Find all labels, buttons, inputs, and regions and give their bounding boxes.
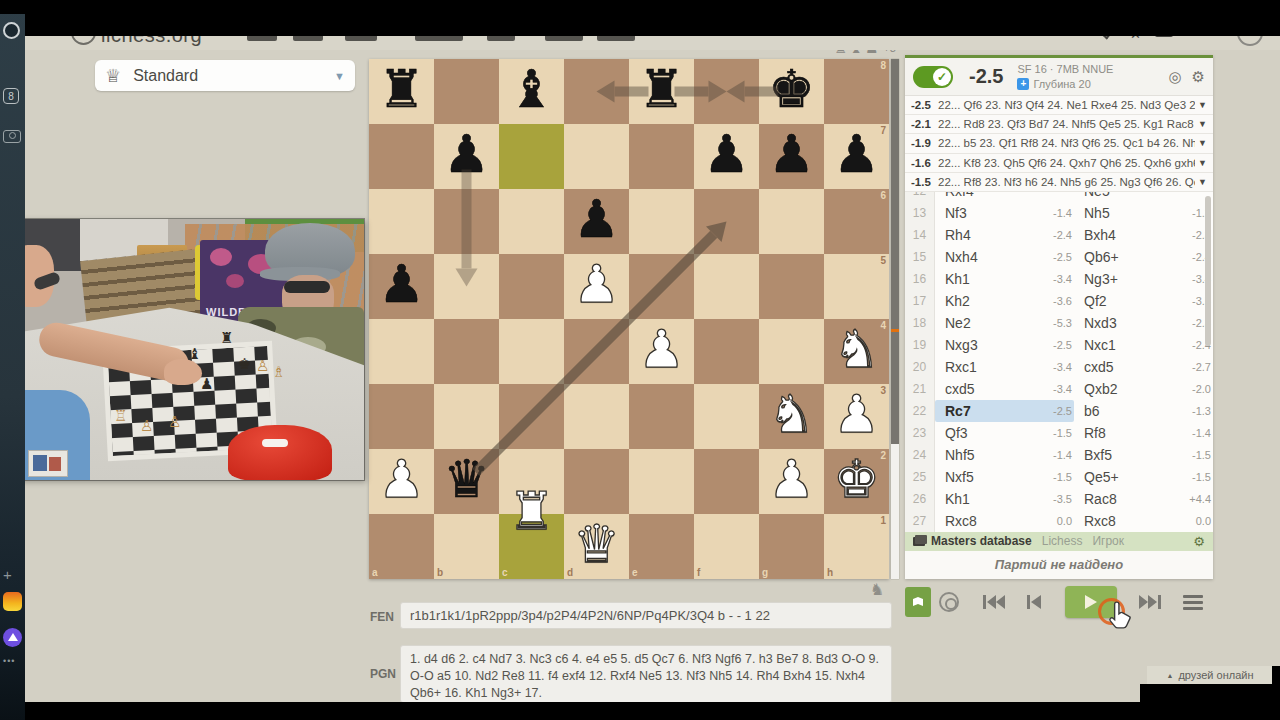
friends-online-label: друзей онлайн — [1178, 669, 1253, 681]
square-e1[interactable]: e — [629, 514, 694, 579]
white-eval: -2.5 — [1053, 339, 1072, 351]
line-moves: 22... Rf8 23. Nf3 h6 24. Nh5 g6 25. Ng3 … — [938, 176, 1195, 188]
move-row-23[interactable]: 23Qf3-1.5Rf8-1.4 — [905, 422, 1213, 444]
analysis-panel: ✓ -2.5 SF 16 · 7MB NNUE +Глубина 20 ◎ ⚙ … — [905, 55, 1213, 579]
first-move-button[interactable] — [983, 594, 1005, 610]
explorer-gear-icon[interactable]: ⚙ — [1193, 534, 1205, 549]
move-number: 13 — [905, 202, 935, 224]
os-taskbar: 8 + ••• — [0, 0, 25, 720]
piece-black-q-b2[interactable]: ♛ — [434, 449, 499, 514]
square-g6[interactable] — [759, 189, 824, 254]
fen-label: FEN — [370, 610, 394, 624]
white-move: Nhf5 — [945, 447, 1053, 463]
top-black-overlay — [25, 0, 1280, 36]
piece-white-p-h3[interactable]: ♟ — [824, 384, 889, 449]
square-h6[interactable]: 6 — [824, 189, 889, 254]
engine-depth: Глубина 20 — [1033, 78, 1090, 91]
coord-rank-5: 5 — [880, 255, 886, 266]
white-eval: -3.5 — [1053, 493, 1072, 505]
video-piece: ♙ — [140, 419, 153, 434]
move-row-16[interactable]: 16Kh1-3.4Ng3+-3.4 — [905, 268, 1213, 290]
screen: lichess.org ✕ 8 + ••• ♕ Standard ▼ ♜♝♟ +… — [0, 0, 1280, 720]
move-number: 14 — [905, 224, 935, 246]
piece-white-p-d5[interactable]: ♟ — [564, 254, 629, 319]
square-h5[interactable]: 5 — [824, 254, 889, 319]
white-move-cell[interactable]: Rh4-2.4 — [935, 224, 1074, 246]
expand-line-icon[interactable]: ▼ — [1198, 177, 1207, 187]
black-eval: -1.3 — [1192, 405, 1211, 417]
black-move: Rac8 — [1084, 491, 1189, 507]
eval-gauge — [891, 59, 899, 579]
black-move: Qxb2 — [1084, 381, 1192, 397]
square-d3[interactable] — [564, 384, 629, 449]
line-eval: -2.5 — [911, 99, 938, 111]
chevron-down-icon: ▼ — [334, 70, 345, 82]
white-eval: -2.5 — [1053, 251, 1072, 263]
black-move-cell[interactable]: Nxd3-2.3 — [1074, 312, 1213, 334]
video-cards — [28, 450, 68, 477]
pgn-label: PGN — [370, 667, 396, 681]
square-g1[interactable]: g — [759, 514, 824, 579]
plus-icon[interactable]: + — [3, 566, 12, 583]
engine-name: SF 16 · 7MB NNUE — [1017, 63, 1158, 76]
white-move-cell[interactable]: Nf3-1.4 — [935, 202, 1074, 224]
piece-white-p-e4[interactable]: ♟ — [629, 319, 694, 384]
black-eval: -2.7 — [1192, 361, 1211, 373]
black-move-cell[interactable]: Qe5+-1.5 — [1074, 466, 1213, 488]
move-number: 20 — [905, 356, 935, 378]
piece-black-k-g8[interactable]: ♚ — [759, 59, 824, 124]
move-number: 17 — [905, 290, 935, 312]
square-c5[interactable] — [499, 254, 564, 319]
book-icon — [913, 537, 925, 546]
line-eval: -2.1 — [911, 118, 938, 130]
expand-line-icon[interactable]: ▼ — [1198, 158, 1207, 168]
move-number: 23 — [905, 422, 935, 444]
expand-line-icon[interactable]: ▼ — [1198, 138, 1207, 148]
white-move-cell[interactable]: Rxf4 — [935, 192, 1074, 202]
square-b3[interactable] — [434, 384, 499, 449]
engine-toggle-check-icon: ✓ — [933, 68, 951, 86]
square-c6[interactable] — [499, 189, 564, 254]
piece-white-n-g3[interactable]: ♞ — [759, 384, 824, 449]
white-move: Kh1 — [945, 491, 1053, 507]
move-row-21[interactable]: 21cxd5-3.4Qxb2-2.0 — [905, 378, 1213, 400]
line-moves: 22... b5 23. Qf1 Rf8 24. Nf3 Qf6 25. Qc1… — [938, 137, 1195, 149]
white-move-cell[interactable]: Nxf5-1.5 — [935, 466, 1074, 488]
book-icon — [911, 595, 925, 609]
video-piece: ♙ — [168, 415, 181, 430]
variant-crown-icon: ♕ — [105, 65, 121, 86]
square-a6[interactable] — [369, 189, 434, 254]
move-number: 26 — [905, 488, 935, 510]
coord-file-f: f — [697, 567, 700, 578]
white-eval: -5.3 — [1053, 317, 1072, 329]
white-eval: 0.0 — [1057, 515, 1072, 527]
line-moves: 22... Qf6 23. Nf3 Qf4 24. Ne1 Rxe4 25. N… — [938, 99, 1195, 111]
gear-icon[interactable]: ⚙ — [1192, 68, 1205, 86]
piece-white-n-h4[interactable]: ♞ — [824, 319, 889, 384]
move-number: 12 — [905, 192, 935, 202]
square-f5[interactable] — [694, 254, 759, 319]
black-move-cell[interactable]: cxd5-2.7 — [1074, 356, 1213, 378]
square-e6[interactable] — [629, 189, 694, 254]
move-row-22[interactable]: 22Rc7-2.5b6-1.3 — [905, 400, 1213, 422]
square-f6[interactable] — [694, 189, 759, 254]
white-move-cell[interactable]: Nxh4-2.5 — [935, 246, 1074, 268]
engine-line-1[interactable]: -2.522... Qf6 23. Nf3 Qf4 24. Ne1 Rxe4 2… — [905, 96, 1213, 115]
explorer-book-button[interactable] — [905, 587, 931, 617]
video-sunglasses — [284, 281, 330, 293]
coord-file-b: b — [437, 567, 443, 578]
white-move-cell[interactable]: Kh2-3.6 — [935, 290, 1074, 312]
square-g5[interactable] — [759, 254, 824, 319]
eval-gauge-black — [891, 59, 899, 444]
black-eval: -2.0 — [1192, 383, 1211, 395]
square-f2[interactable] — [694, 449, 759, 514]
square-c3[interactable] — [499, 384, 564, 449]
square-f8[interactable] — [694, 59, 759, 124]
black-eval: -1.5 — [1192, 449, 1211, 461]
white-move-cell[interactable]: Kh1-3.5 — [935, 488, 1074, 510]
line-moves: 22... Kf8 23. Qh5 Qf6 24. Qxh7 Qh6 25. Q… — [938, 157, 1195, 169]
black-move: Rf8 — [1084, 425, 1192, 441]
square-e2[interactable] — [629, 449, 694, 514]
square-h8[interactable]: 8 — [824, 59, 889, 124]
move-row-26[interactable]: 26Kh1-3.5Rac8+4.4 — [905, 488, 1213, 510]
square-b8[interactable] — [434, 59, 499, 124]
square-a4[interactable] — [369, 319, 434, 384]
white-move: Qf3 — [945, 425, 1053, 441]
bottom-black-edge — [1272, 666, 1280, 686]
white-move-cell[interactable]: Nhf5-1.4 — [935, 444, 1074, 466]
tab-lichess[interactable]: Lichess — [1042, 534, 1083, 548]
piece-black-p-g7[interactable]: ♟ — [759, 124, 824, 189]
white-move: Nf3 — [945, 205, 1053, 221]
black-move-cell[interactable]: Bxh4-2.3 — [1074, 224, 1213, 246]
white-eval: -2.4 — [1053, 229, 1072, 241]
white-move: Rxf4 — [945, 192, 1072, 199]
engine-line-2[interactable]: -2.122... Rd8 23. Qf3 Bd7 24. Nhf5 Qe5 2… — [905, 115, 1213, 134]
webcam-overlay[interactable]: WILDBERRIES ♜ ♚ ♝ ♟ ♟ ♖ ♙ ♙ ♙ ♗ — [10, 219, 364, 480]
move-number: 22 — [905, 400, 935, 422]
black-move: Ne5 — [1084, 192, 1211, 199]
piece-black-p-d6[interactable]: ♟ — [564, 189, 629, 254]
move-row-19[interactable]: 19Nxg3-2.5Nxc1-2.4 — [905, 334, 1213, 356]
collapse-arrow-icon: ▲ — [1166, 672, 1173, 679]
white-eval: -2.5 — [1053, 405, 1072, 417]
black-move-cell[interactable]: Qxb2-2.0 — [1074, 378, 1213, 400]
piece-black-p-b7[interactable]: ♟ — [434, 124, 499, 189]
move-list-scrollbar[interactable] — [1205, 196, 1211, 346]
play-forward-icon — [1084, 594, 1098, 610]
square-b1[interactable]: b — [434, 514, 499, 579]
white-eval: -3.4 — [1053, 361, 1072, 373]
move-list: 12Rxf4Ne513Nf3-1.4Nh5-1.214Rh4-2.4Bxh4-2… — [905, 192, 1213, 532]
piece-black-r-a8[interactable]: ♜ — [369, 59, 434, 124]
white-move: Nxh4 — [945, 249, 1053, 265]
square-f3[interactable] — [694, 384, 759, 449]
piece-white-p-g2[interactable]: ♟ — [759, 449, 824, 514]
move-number: 24 — [905, 444, 935, 466]
white-move-cell[interactable]: Nxg3-2.5 — [935, 334, 1074, 356]
coord-file-g: g — [762, 567, 768, 578]
piece-black-p-h7[interactable]: ♟ — [824, 124, 889, 189]
move-row-12[interactable]: 12Rxf4Ne5 — [905, 192, 1213, 202]
square-g4[interactable] — [759, 319, 824, 384]
piece-black-p-a5[interactable]: ♟ — [369, 254, 434, 319]
square-a1[interactable]: a — [369, 514, 434, 579]
plus-badge-icon[interactable]: + — [1017, 78, 1029, 90]
taskbar-black-corner — [0, 0, 25, 14]
coord-file-h: h — [827, 567, 833, 578]
coord-rank-6: 6 — [880, 190, 886, 201]
piece-black-p-f7[interactable]: ♟ — [694, 124, 759, 189]
white-move: Nxg3 — [945, 337, 1053, 353]
square-a3[interactable] — [369, 384, 434, 449]
tab-masters-database[interactable]: Masters database — [931, 534, 1032, 548]
engine-toggle[interactable]: ✓ — [913, 66, 953, 88]
white-move: Rh4 — [945, 227, 1053, 243]
previous-move-button[interactable] — [1027, 594, 1043, 610]
square-b5[interactable] — [434, 254, 499, 319]
white-move: Kh2 — [945, 293, 1053, 309]
engine-eval: -2.5 — [969, 65, 1003, 88]
move-row-25[interactable]: 25Nxf5-1.5Qe5+-1.5 — [905, 466, 1213, 488]
last-move-button[interactable] — [1139, 594, 1161, 610]
coord-rank-1: 1 — [880, 515, 886, 526]
black-move-cell[interactable]: Nh5-1.2 — [1074, 202, 1213, 224]
black-move: Qb6+ — [1084, 249, 1192, 265]
control-bar — [905, 584, 1213, 620]
piece-white-r-c1[interactable]: ♜ — [499, 481, 564, 546]
black-move-cell[interactable]: Rxc80.0 — [1074, 510, 1213, 532]
white-move: Kh1 — [945, 271, 1053, 287]
white-move: Rxc8 — [945, 513, 1057, 529]
variant-select[interactable]: ♕ Standard ▼ — [95, 60, 355, 91]
white-move: Rc7 — [945, 403, 1053, 419]
piece-white-p-a2[interactable]: ♟ — [369, 449, 434, 514]
line-moves: 22... Rd8 23. Qf3 Bd7 24. Nhf5 Qe5 25. K… — [938, 118, 1195, 130]
black-move: cxd5 — [1084, 359, 1192, 375]
white-eval: -1.5 — [1053, 427, 1072, 439]
black-move: Ng3+ — [1084, 271, 1192, 287]
white-eval: -1.4 — [1053, 207, 1072, 219]
square-b4[interactable] — [434, 319, 499, 384]
fen-input[interactable] — [400, 602, 892, 629]
square-e3[interactable] — [629, 384, 694, 449]
chess-board[interactable]: 8765432abcdefgh1 ♜♝♜♚♟♟♟♟♟♟♟♟♞♞♟♟♛♟♚♛♜ — [369, 59, 889, 579]
black-move-cell[interactable]: Rac8+4.4 — [1074, 488, 1213, 510]
menu-button[interactable] — [1183, 592, 1203, 613]
eval-gauge-tick — [891, 329, 899, 332]
black-move-cell[interactable]: b6-1.3 — [1074, 400, 1213, 422]
bottom-black-bar — [25, 702, 1280, 720]
move-row-24[interactable]: 24Nhf5-1.4Bxf5-1.5 — [905, 444, 1213, 466]
white-move: Nxf5 — [945, 469, 1053, 485]
black-move-cell[interactable]: Qf2-3.5 — [1074, 290, 1213, 312]
black-move: Bxh4 — [1084, 227, 1192, 243]
video-piece: ♗ — [272, 365, 285, 380]
pgn-textarea[interactable]: 1. d4 d6 2. c4 Nd7 3. Nc3 c6 4. e4 e5 5.… — [400, 645, 892, 703]
black-move: Nxc1 — [1084, 337, 1192, 353]
white-eval: -3.4 — [1053, 273, 1072, 285]
video-piece: ♖ — [114, 409, 127, 424]
move-row-20[interactable]: 20Rxc1-3.4cxd5-2.7 — [905, 356, 1213, 378]
engine-lines: -2.522... Qf6 23. Nf3 Qf4 24. Ne1 Rxe4 2… — [905, 96, 1213, 192]
square-b6[interactable] — [434, 189, 499, 254]
white-move-cell[interactable]: Ne2-5.3 — [935, 312, 1074, 334]
line-eval: -1.6 — [911, 157, 938, 169]
white-move-cell[interactable]: Rxc80.0 — [935, 510, 1074, 532]
line-eval: -1.5 — [911, 176, 938, 188]
mouse-cursor — [1107, 601, 1133, 635]
bottom-black-bar-right — [1140, 684, 1280, 704]
white-move-cell[interactable]: Kh1-3.4 — [935, 268, 1074, 290]
expand-line-icon[interactable]: ▼ — [1198, 119, 1207, 129]
video-piece: ♟ — [200, 377, 213, 392]
square-f4[interactable] — [694, 319, 759, 384]
move-number: 25 — [905, 466, 935, 488]
square-d8[interactable] — [564, 59, 629, 124]
black-eval: -1.4 — [1192, 427, 1211, 439]
variant-label: Standard — [133, 67, 334, 85]
coord-file-e: e — [632, 567, 638, 578]
move-number: 21 — [905, 378, 935, 400]
black-eval: +4.4 — [1189, 493, 1211, 505]
black-move-cell[interactable]: Bxf5-1.5 — [1074, 444, 1213, 466]
board-resize-grip[interactable]: ♞ — [870, 580, 884, 599]
white-eval: -1.5 — [1053, 471, 1072, 483]
black-move: Bxf5 — [1084, 447, 1192, 463]
white-eval: -1.4 — [1053, 449, 1072, 461]
video-red-container — [228, 425, 332, 480]
video-hand — [164, 359, 202, 385]
piece-black-r-e8[interactable]: ♜ — [629, 59, 694, 124]
black-move-cell[interactable]: Qb6+-2.4 — [1074, 246, 1213, 268]
engine-line-5[interactable]: -1.522... Rf8 23. Nf3 h6 24. Nh5 g6 25. … — [905, 173, 1213, 192]
square-d7[interactable] — [564, 124, 629, 189]
square-d4[interactable] — [564, 319, 629, 384]
square-h1[interactable]: h1 — [824, 514, 889, 579]
workspace-badge[interactable]: 8 — [3, 88, 19, 104]
square-f1[interactable]: f — [694, 514, 759, 579]
move-number: 18 — [905, 312, 935, 334]
white-eval: -3.4 — [1053, 383, 1072, 395]
move-row-27[interactable]: 27Rxc80.0Rxc80.0 — [905, 510, 1213, 532]
move-number: 19 — [905, 334, 935, 356]
video-piece: ♙ — [256, 359, 269, 374]
screenshare-icon[interactable] — [3, 130, 21, 143]
black-move-cell[interactable]: Rf8-1.4 — [1074, 422, 1213, 444]
move-number: 27 — [905, 510, 935, 532]
black-move: Nh5 — [1084, 205, 1192, 221]
video-piece: ♜ — [220, 331, 233, 346]
video-piece: ♚ — [238, 357, 251, 372]
black-move: Nxd3 — [1084, 315, 1192, 331]
coord-file-a: a — [372, 567, 378, 578]
friends-online-bar[interactable]: ▲ друзей онлайн — [1147, 666, 1273, 684]
square-d2[interactable] — [564, 449, 629, 514]
black-move: b6 — [1084, 403, 1192, 419]
black-move-cell[interactable]: Nxc1-2.4 — [1074, 334, 1213, 356]
move-row-13[interactable]: 13Nf3-1.4Nh5-1.2 — [905, 202, 1213, 224]
move-row-15[interactable]: 15Nxh4-2.5Qb6+-2.4 — [905, 246, 1213, 268]
tab-player[interactable]: Игрок — [1092, 534, 1124, 548]
white-move: Ne2 — [945, 315, 1053, 331]
recorder-icon[interactable] — [3, 22, 20, 39]
square-a7[interactable] — [369, 124, 434, 189]
square-c4[interactable] — [499, 319, 564, 384]
explorer-tabs: Masters database Lichess Игрок ⚙ — [905, 532, 1213, 551]
black-eval: -1.5 — [1192, 471, 1211, 483]
move-number: 16 — [905, 268, 935, 290]
move-number: 15 — [905, 246, 935, 268]
white-move: cxd5 — [945, 381, 1053, 397]
black-move: Rxc8 — [1084, 513, 1196, 529]
square-c7[interactable] — [499, 124, 564, 189]
line-eval: -1.9 — [911, 137, 938, 149]
square-e5[interactable] — [629, 254, 694, 319]
engine-line-4[interactable]: -1.622... Kf8 23. Qh5 Qf6 24. Qxh7 Qh6 2… — [905, 154, 1213, 173]
engine-line-3[interactable]: -1.922... b5 23. Qf1 Rf8 24. Nf3 Qf6 25.… — [905, 134, 1213, 153]
piece-white-q-d1[interactable]: ♛ — [564, 514, 629, 579]
white-eval: -3.6 — [1053, 295, 1072, 307]
move-row-18[interactable]: 18Ne2-5.3Nxd3-2.3 — [905, 312, 1213, 334]
white-move: Rxc1 — [945, 359, 1053, 375]
mail-app-icon[interactable] — [3, 592, 22, 611]
coord-file-c: c — [502, 567, 508, 578]
practice-target-icon[interactable]: ◎ — [1168, 68, 1181, 86]
more-dots-icon[interactable]: ••• — [3, 656, 15, 666]
explorer-empty-message: Партий не найдено — [905, 551, 1213, 579]
engine-header: ✓ -2.5 SF 16 · 7MB NNUE +Глубина 20 ◎ ⚙ — [905, 58, 1213, 96]
assistant-app-icon[interactable] — [3, 628, 22, 647]
black-eval: 0.0 — [1196, 515, 1211, 527]
black-move: Qe5+ — [1084, 469, 1192, 485]
move-row-17[interactable]: 17Kh2-3.6Qf2-3.5 — [905, 290, 1213, 312]
piece-white-k-h2[interactable]: ♚ — [824, 449, 889, 514]
black-move-cell[interactable]: Ne5 — [1074, 192, 1213, 202]
white-move-cell[interactable]: Rxc1-3.4 — [935, 356, 1074, 378]
white-move-cell[interactable]: cxd5-3.4 — [935, 378, 1074, 400]
black-move-cell[interactable]: Ng3+-3.4 — [1074, 268, 1213, 290]
coord-rank-8: 8 — [880, 60, 886, 71]
black-move: Qf2 — [1084, 293, 1192, 309]
move-row-14[interactable]: 14Rh4-2.4Bxh4-2.3 — [905, 224, 1213, 246]
white-move-cell[interactable]: Rc7-2.5 — [935, 400, 1074, 422]
expand-line-icon[interactable]: ▼ — [1198, 100, 1207, 110]
piece-black-b-c8[interactable]: ♝ — [499, 59, 564, 124]
square-e7[interactable] — [629, 124, 694, 189]
white-move-cell[interactable]: Qf3-1.5 — [935, 422, 1074, 444]
record-circle-icon[interactable] — [939, 592, 959, 612]
